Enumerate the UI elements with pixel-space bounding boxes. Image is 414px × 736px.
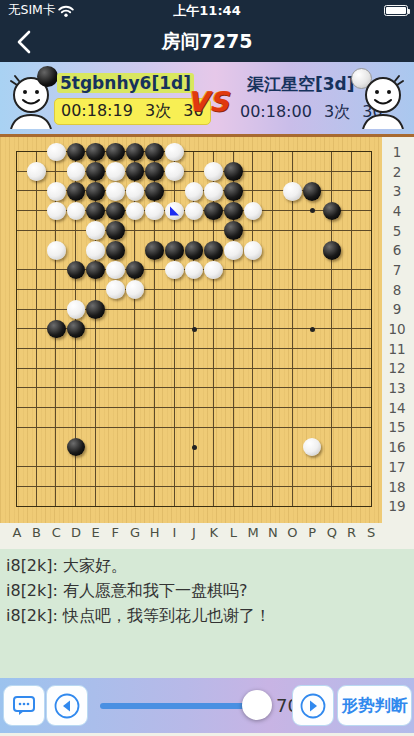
- black-stone-F6: [106, 241, 125, 260]
- step-back-icon: [54, 693, 80, 719]
- battery-icon: [384, 5, 408, 16]
- col-label-I: I: [165, 525, 185, 540]
- last-move-marker: [170, 206, 180, 216]
- white-stone-L6: [224, 241, 243, 260]
- comment-icon: [12, 695, 36, 717]
- row-label-10: 10: [383, 319, 411, 339]
- white-stone-K7: [204, 261, 223, 280]
- black-stone-L4: [224, 202, 243, 221]
- white-stone-G3: [126, 182, 145, 201]
- chat-message: i8[2k]: 快点吧，我等到花儿也谢了！: [6, 603, 414, 628]
- nav-bar: 房间7275: [0, 20, 414, 62]
- row-label-2: 2: [383, 162, 411, 182]
- status-bar: 无SIM卡 上午11:44: [0, 0, 414, 20]
- white-stone-C4: [47, 202, 66, 221]
- row-label-18: 18: [383, 477, 411, 497]
- chat-message: i8[2k]: 有人愿意和我下一盘棋吗?: [6, 578, 414, 603]
- step-forward-icon: [300, 693, 326, 719]
- col-label-K: K: [204, 525, 224, 540]
- white-stone-D2: [67, 162, 86, 181]
- row-label-1: 1: [383, 142, 411, 162]
- row-label-9: 9: [383, 300, 411, 320]
- white-stone-E6: [86, 241, 105, 260]
- white-stone-I4: [165, 202, 184, 221]
- col-label-L: L: [224, 525, 244, 540]
- black-stone-E3: [86, 182, 105, 201]
- white-stone-E5: [86, 221, 105, 240]
- col-label-C: C: [46, 525, 66, 540]
- row-label-16: 16: [383, 437, 411, 457]
- row-label-5: 5: [383, 221, 411, 241]
- col-label-E: E: [86, 525, 106, 540]
- row-label-14: 14: [383, 398, 411, 418]
- row-coordinate-labels: 12345678910111213141516171819: [383, 142, 411, 516]
- col-label-B: B: [27, 525, 47, 540]
- row-label-3: 3: [383, 181, 411, 201]
- white-stone-C1: [47, 143, 66, 162]
- black-stone-F5: [106, 221, 125, 240]
- white-stone-O3: [283, 182, 302, 201]
- col-label-O: O: [283, 525, 303, 540]
- left-player-name: 5tgbnhy6[1d]: [57, 73, 194, 93]
- white-stone-I7: [165, 261, 184, 280]
- white-stone-F3: [106, 182, 125, 201]
- star-point: [192, 445, 197, 450]
- chat-message-area: i8[2k]: 大家好。i8[2k]: 有人愿意和我下一盘棋吗?i8[2k]: …: [0, 549, 414, 678]
- col-label-D: D: [66, 525, 86, 540]
- row-label-13: 13: [383, 378, 411, 398]
- star-point: [192, 327, 197, 332]
- go-game-room-screen: 无SIM卡 上午11:44 房间7275 5: [0, 0, 414, 736]
- black-stone-G2: [126, 162, 145, 181]
- board-area: ABCDEFGHIJKLMNOPQRS 12345678910111213141…: [0, 137, 414, 549]
- col-label-R: R: [342, 525, 362, 540]
- row-label-19: 19: [383, 496, 411, 516]
- col-label-Q: Q: [322, 525, 342, 540]
- black-stone-K6: [204, 241, 223, 260]
- black-stone-K4: [204, 202, 223, 221]
- row-label-7: 7: [383, 260, 411, 280]
- chat-button[interactable]: [3, 685, 45, 726]
- left-player-stone-black-icon: [37, 66, 58, 87]
- col-label-H: H: [145, 525, 165, 540]
- move-slider[interactable]: 70: [100, 678, 290, 733]
- col-label-P: P: [302, 525, 322, 540]
- row-label-6: 6: [383, 240, 411, 260]
- black-stone-F1: [106, 143, 125, 162]
- black-stone-D3: [67, 182, 86, 201]
- bottom-toolbar: 70 形势判断: [0, 678, 414, 733]
- white-stone-B2: [27, 162, 46, 181]
- col-label-N: N: [263, 525, 283, 540]
- col-label-J: J: [184, 525, 204, 540]
- white-stone-H4: [145, 202, 164, 221]
- white-stone-K3: [204, 182, 223, 201]
- white-stone-K2: [204, 162, 223, 181]
- row-label-11: 11: [383, 339, 411, 359]
- col-label-A: A: [7, 525, 27, 540]
- step-forward-button[interactable]: [292, 685, 334, 726]
- white-stone-I1: [165, 143, 184, 162]
- clock-time: 上午11:44: [0, 2, 414, 20]
- black-stone-H2: [145, 162, 164, 181]
- black-stone-E9: [86, 300, 105, 319]
- col-label-M: M: [243, 525, 263, 540]
- player-info-bar: 5tgbnhy6[1d] 00:18:19 3次 30 VS 渠江星空[3d] …: [0, 62, 414, 137]
- black-stone-E4: [86, 202, 105, 221]
- black-stone-C10: [47, 320, 66, 339]
- star-point: [310, 327, 315, 332]
- row-label-4: 4: [383, 201, 411, 221]
- black-stone-H1: [145, 143, 164, 162]
- white-stone-D9: [67, 300, 86, 319]
- right-player-avatar: [357, 69, 409, 129]
- white-stone-C3: [47, 182, 66, 201]
- white-stone-F7: [106, 261, 125, 280]
- black-stone-I6: [165, 241, 184, 260]
- slider-knob[interactable]: [242, 690, 272, 720]
- position-judgement-button[interactable]: 形势判断: [337, 685, 412, 726]
- go-board[interactable]: [7, 142, 381, 516]
- chat-message: i8[2k]: 大家好。: [6, 553, 414, 578]
- black-stone-L2: [224, 162, 243, 181]
- right-player-name: 渠江星空[3d]: [247, 73, 355, 96]
- row-label-17: 17: [383, 457, 411, 477]
- black-stone-F4: [106, 202, 125, 221]
- white-stone-F2: [106, 162, 125, 181]
- col-label-F: F: [105, 525, 125, 540]
- black-stone-H6: [145, 241, 164, 260]
- white-stone-G8: [126, 280, 145, 299]
- slider-track[interactable]: [100, 703, 258, 709]
- white-stone-F8: [106, 280, 125, 299]
- black-stone-E2: [86, 162, 105, 181]
- row-label-12: 12: [383, 359, 411, 379]
- black-stone-E7: [86, 261, 105, 280]
- column-coordinate-labels: ABCDEFGHIJKLMNOPQRS: [7, 525, 381, 540]
- black-stone-L5: [224, 221, 243, 240]
- black-stone-E1: [86, 143, 105, 162]
- row-label-8: 8: [383, 280, 411, 300]
- white-stone-C6: [47, 241, 66, 260]
- white-stone-I2: [165, 162, 184, 181]
- black-stone-Q6: [323, 241, 342, 260]
- col-label-G: G: [125, 525, 145, 540]
- black-stone-H3: [145, 182, 164, 201]
- vs-label: VS: [187, 86, 229, 117]
- black-stone-J6: [185, 241, 204, 260]
- white-stone-M6: [244, 241, 263, 260]
- row-label-15: 15: [383, 418, 411, 438]
- black-stone-L3: [224, 182, 243, 201]
- room-title: 房间7275: [0, 29, 414, 55]
- white-stone-J3: [185, 182, 204, 201]
- col-label-S: S: [361, 525, 381, 540]
- black-stone-P3: [303, 182, 322, 201]
- step-back-button[interactable]: [46, 685, 88, 726]
